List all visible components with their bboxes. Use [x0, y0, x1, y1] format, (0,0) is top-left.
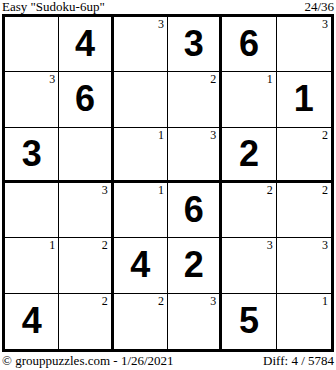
cell-counter: 24/36 [304, 0, 334, 14]
cell-r2c4[interactable]: 2 [168, 72, 222, 127]
cell-r1c6[interactable]: 3 [277, 17, 331, 72]
cell-r6c2[interactable]: 2 [59, 294, 113, 349]
copyright-text: © grouppuzzles.com - 1/26/2021 [2, 353, 174, 368]
cell-r2c3[interactable] [114, 72, 168, 127]
given-value: 1 [294, 81, 314, 117]
cell-r5c1[interactable]: 1 [5, 238, 59, 293]
cell-r3c1[interactable]: 3 [5, 128, 59, 183]
corner-mark: 3 [210, 295, 216, 307]
page-footer: © grouppuzzles.com - 1/26/2021 Diff: 4 /… [2, 353, 334, 368]
cell-r4c5[interactable]: 2 [222, 183, 276, 238]
given-value: 6 [239, 26, 259, 62]
given-value: 2 [184, 247, 204, 283]
cell-r2c6[interactable]: 1 [277, 72, 331, 127]
corner-mark: 3 [102, 184, 108, 196]
cell-r5c2[interactable]: 2 [59, 238, 113, 293]
corner-mark: 3 [322, 18, 328, 30]
cell-r6c5[interactable]: 5 [222, 294, 276, 349]
given-value: 5 [239, 303, 259, 339]
corner-mark: 2 [158, 295, 164, 307]
cell-r4c3[interactable]: 1 [114, 183, 168, 238]
cell-r3c2[interactable] [59, 128, 113, 183]
given-value: 4 [130, 247, 150, 283]
cell-r5c4[interactable]: 2 [168, 238, 222, 293]
corner-mark: 1 [49, 239, 55, 251]
cell-r2c1[interactable]: 3 [5, 72, 59, 127]
corner-mark: 2 [322, 184, 328, 196]
cell-r3c3[interactable]: 1 [114, 128, 168, 183]
cell-r6c6[interactable]: 1 [277, 294, 331, 349]
corner-mark: 1 [158, 129, 164, 141]
corner-mark: 2 [210, 73, 216, 85]
corner-mark: 2 [322, 129, 328, 141]
cell-r1c2[interactable]: 4 [59, 17, 113, 72]
cell-r1c4[interactable]: 3 [168, 17, 222, 72]
cell-r6c3[interactable]: 2 [114, 294, 168, 349]
corner-mark: 3 [267, 239, 273, 251]
given-value: 4 [75, 26, 95, 62]
corner-mark: 3 [322, 239, 328, 251]
page-header: Easy "Sudoku-6up" 24/36 [2, 0, 334, 14]
corner-mark: 1 [267, 73, 273, 85]
given-value: 6 [184, 192, 204, 228]
difficulty-text: Diff: 4 / 5784 [263, 353, 334, 368]
cell-r3c5[interactable]: 2 [222, 128, 276, 183]
puzzle-title: Easy "Sudoku-6up" [2, 0, 105, 14]
cell-r3c6[interactable]: 2 [277, 128, 331, 183]
cell-r6c4[interactable]: 3 [168, 294, 222, 349]
cell-r1c1[interactable] [5, 17, 59, 72]
cell-r4c2[interactable]: 3 [59, 183, 113, 238]
cell-r2c2[interactable]: 6 [59, 72, 113, 127]
given-value: 3 [22, 136, 42, 172]
corner-mark: 1 [322, 295, 328, 307]
given-value: 2 [239, 136, 259, 172]
corner-mark: 2 [102, 295, 108, 307]
cell-r2c5[interactable]: 1 [222, 72, 276, 127]
cell-r3c4[interactable]: 3 [168, 128, 222, 183]
cell-r4c1[interactable] [5, 183, 59, 238]
corner-mark: 3 [49, 73, 55, 85]
cell-r4c4[interactable]: 6 [168, 183, 222, 238]
given-value: 6 [75, 81, 95, 117]
given-value: 4 [22, 303, 42, 339]
given-value: 3 [184, 26, 204, 62]
cell-r1c5[interactable]: 6 [222, 17, 276, 72]
sudoku-grid: 43363362113132231622124233422351 [2, 14, 334, 352]
cell-r6c1[interactable]: 4 [5, 294, 59, 349]
corner-mark: 1 [158, 184, 164, 196]
cell-r5c6[interactable]: 3 [277, 238, 331, 293]
cell-r1c3[interactable]: 3 [114, 17, 168, 72]
cell-r5c5[interactable]: 3 [222, 238, 276, 293]
corner-mark: 2 [267, 184, 273, 196]
corner-mark: 2 [102, 239, 108, 251]
corner-mark: 3 [158, 18, 164, 30]
corner-mark: 3 [210, 129, 216, 141]
cell-r4c6[interactable]: 2 [277, 183, 331, 238]
cell-r5c3[interactable]: 4 [114, 238, 168, 293]
